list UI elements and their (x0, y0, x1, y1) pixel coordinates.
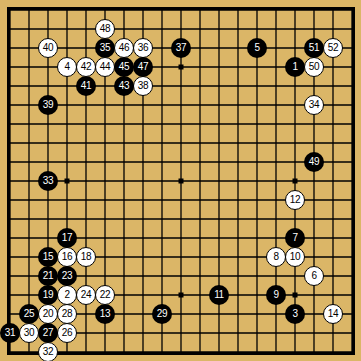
stone-white-12: 12 (285, 190, 305, 210)
stone-white-42: 42 (76, 57, 96, 77)
stone-white-46: 46 (114, 38, 134, 58)
stone-black-1: 1 (285, 57, 305, 77)
stone-black-43: 43 (114, 76, 134, 96)
stone-white-50: 50 (304, 57, 324, 77)
stone-black-15: 15 (38, 247, 58, 267)
go-board-diagram: 1234567891011121314151617181920212223242… (0, 0, 361, 361)
stone-white-44: 44 (95, 57, 115, 77)
stone-white-22: 22 (95, 285, 115, 305)
stone-white-48: 48 (95, 19, 115, 39)
stone-white-16: 16 (57, 247, 77, 267)
stone-black-33: 33 (38, 171, 58, 191)
stone-black-47: 47 (133, 57, 153, 77)
stone-white-40: 40 (38, 38, 58, 58)
stone-white-34: 34 (304, 95, 324, 115)
stone-black-7: 7 (285, 228, 305, 248)
goban[interactable]: 1234567891011121314151617181920212223242… (1, 1, 361, 361)
stone-white-52: 52 (323, 38, 343, 58)
stone-white-36: 36 (133, 38, 153, 58)
stone-black-49: 49 (304, 152, 324, 172)
stone-black-45: 45 (114, 57, 134, 77)
stone-black-13: 13 (95, 304, 115, 324)
stone-black-37: 37 (171, 38, 191, 58)
stone-white-30: 30 (19, 323, 39, 343)
stone-white-10: 10 (285, 247, 305, 267)
stone-black-39: 39 (38, 95, 58, 115)
stone-white-14: 14 (323, 304, 343, 324)
stone-white-20: 20 (38, 304, 58, 324)
stone-black-27: 27 (38, 323, 58, 343)
stone-black-17: 17 (57, 228, 77, 248)
stone-white-24: 24 (76, 285, 96, 305)
stone-black-21: 21 (38, 266, 58, 286)
stone-black-25: 25 (19, 304, 39, 324)
stone-white-6: 6 (304, 266, 324, 286)
stone-black-41: 41 (76, 76, 96, 96)
stone-black-9: 9 (266, 285, 286, 305)
stone-white-32: 32 (38, 342, 58, 361)
stone-white-4: 4 (57, 57, 77, 77)
stone-black-35: 35 (95, 38, 115, 58)
stone-white-26: 26 (57, 323, 77, 343)
stone-black-11: 11 (209, 285, 229, 305)
stone-black-31: 31 (0, 323, 20, 343)
stone-black-29: 29 (152, 304, 172, 324)
stone-black-23: 23 (57, 266, 77, 286)
stone-white-38: 38 (133, 76, 153, 96)
stone-black-51: 51 (304, 38, 324, 58)
stone-white-2: 2 (57, 285, 77, 305)
stone-white-18: 18 (76, 247, 96, 267)
stone-black-19: 19 (38, 285, 58, 305)
stone-black-3: 3 (285, 304, 305, 324)
stone-black-5: 5 (247, 38, 267, 58)
stone-white-8: 8 (266, 247, 286, 267)
stone-white-28: 28 (57, 304, 77, 324)
